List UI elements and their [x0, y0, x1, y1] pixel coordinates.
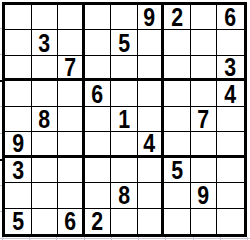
cell-r7c6[interactable]	[138, 158, 165, 183]
cell-r8c7[interactable]	[164, 183, 191, 208]
given-digit: 4	[225, 81, 237, 106]
cell-r4c6[interactable]	[138, 81, 165, 106]
given-digit: 7	[198, 107, 210, 132]
cell-r6c3[interactable]	[58, 132, 85, 157]
cell-r4c8[interactable]	[191, 81, 218, 106]
given-digit: 9	[12, 132, 24, 156]
cell-r7c7[interactable]: 5	[164, 158, 191, 183]
given-digit: 7	[64, 56, 76, 80]
cell-r5c2[interactable]: 8	[32, 107, 59, 132]
cell-r5c7[interactable]	[164, 107, 191, 132]
cell-r6c8[interactable]	[191, 132, 218, 157]
spreadsheet-canvas: 926357364817943589562	[0, 0, 250, 240]
given-digit: 2	[171, 5, 183, 30]
cell-r2c8[interactable]	[191, 30, 218, 55]
cell-r4c4[interactable]: 6	[85, 81, 112, 106]
cell-r8c6[interactable]	[138, 183, 165, 208]
cell-r3c2[interactable]	[32, 56, 59, 81]
cell-r2c2[interactable]: 3	[32, 30, 59, 55]
cell-r9c4[interactable]: 2	[85, 209, 112, 234]
cell-r5c4[interactable]	[85, 107, 112, 132]
gridline-stub	[0, 238, 250, 239]
cell-r8c2[interactable]	[32, 183, 59, 208]
cell-r4c3[interactable]	[58, 81, 85, 106]
given-digit: 5	[118, 30, 130, 55]
cell-r5c5[interactable]: 1	[111, 107, 138, 132]
cell-r6c4[interactable]	[85, 132, 112, 157]
cell-r5c3[interactable]	[58, 107, 85, 132]
given-digit: 9	[198, 183, 210, 208]
cell-r3c1[interactable]	[5, 56, 32, 81]
cell-r3c8[interactable]	[191, 56, 218, 81]
cell-r1c4[interactable]	[85, 5, 112, 30]
cell-r8c8[interactable]: 9	[191, 183, 218, 208]
cell-r7c2[interactable]	[32, 158, 59, 183]
cell-r4c2[interactable]	[32, 81, 59, 106]
cell-r9c7[interactable]	[164, 209, 191, 234]
cell-r9c9[interactable]	[217, 209, 244, 234]
cell-r3c6[interactable]	[138, 56, 165, 81]
sudoku-board: 926357364817943589562	[2, 2, 247, 237]
cell-r1c7[interactable]: 2	[164, 5, 191, 30]
cell-r5c8[interactable]: 7	[191, 107, 218, 132]
given-digit: 8	[118, 183, 130, 208]
cell-r1c2[interactable]	[32, 5, 59, 30]
given-digit: 6	[64, 209, 76, 234]
cell-r6c2[interactable]	[32, 132, 59, 157]
cell-r9c2[interactable]	[32, 209, 59, 234]
cell-r5c1[interactable]	[5, 107, 32, 132]
cell-r3c4[interactable]	[85, 56, 112, 81]
cell-r7c4[interactable]	[85, 158, 112, 183]
cell-r1c5[interactable]	[111, 5, 138, 30]
cell-r7c1[interactable]: 3	[5, 158, 32, 183]
cell-r6c1[interactable]: 9	[5, 132, 32, 157]
cell-r8c5[interactable]: 8	[111, 183, 138, 208]
given-digit: 8	[38, 107, 50, 132]
cell-r6c5[interactable]	[111, 132, 138, 157]
cell-r1c6[interactable]: 9	[138, 5, 165, 30]
given-digit: 3	[225, 56, 237, 80]
given-digit: 6	[92, 81, 104, 106]
cell-r1c9[interactable]: 6	[217, 5, 244, 30]
cell-r2c6[interactable]	[138, 30, 165, 55]
cell-r1c3[interactable]	[58, 5, 85, 30]
cell-r8c4[interactable]	[85, 183, 112, 208]
cell-r2c5[interactable]: 5	[111, 30, 138, 55]
given-digit: 6	[225, 5, 237, 30]
cell-r9c5[interactable]	[111, 209, 138, 234]
cell-r2c4[interactable]	[85, 30, 112, 55]
cell-r3c9[interactable]: 3	[217, 56, 244, 81]
given-digit: 5	[12, 209, 24, 234]
cell-r8c9[interactable]	[217, 183, 244, 208]
cell-r2c7[interactable]	[164, 30, 191, 55]
cell-r9c6[interactable]	[138, 209, 165, 234]
given-digit: 4	[144, 132, 156, 156]
cell-r7c3[interactable]	[58, 158, 85, 183]
cell-r9c1[interactable]: 5	[5, 209, 32, 234]
cell-r4c1[interactable]	[5, 81, 32, 106]
cell-r7c5[interactable]	[111, 158, 138, 183]
cell-r4c5[interactable]	[111, 81, 138, 106]
cell-r2c9[interactable]	[217, 30, 244, 55]
cell-r4c7[interactable]	[164, 81, 191, 106]
cell-r2c3[interactable]	[58, 30, 85, 55]
cell-r7c8[interactable]	[191, 158, 218, 183]
given-digit: 1	[118, 107, 130, 132]
cell-r8c1[interactable]	[5, 183, 32, 208]
cell-r9c3[interactable]: 6	[58, 209, 85, 234]
cell-r6c6[interactable]: 4	[138, 132, 165, 157]
cell-r3c3[interactable]: 7	[58, 56, 85, 81]
cell-r3c5[interactable]	[111, 56, 138, 81]
cell-r6c7[interactable]	[164, 132, 191, 157]
cell-r1c1[interactable]	[5, 5, 32, 30]
given-digit: 5	[171, 158, 183, 183]
cell-r8c3[interactable]	[58, 183, 85, 208]
cell-r6c9[interactable]	[217, 132, 244, 157]
given-digit: 3	[38, 30, 50, 55]
cell-r3c7[interactable]	[164, 56, 191, 81]
cell-r2c1[interactable]	[5, 30, 32, 55]
cell-r1c8[interactable]	[191, 5, 218, 30]
cell-r7c9[interactable]	[217, 158, 244, 183]
given-digit: 9	[144, 5, 156, 30]
cell-r4c9[interactable]: 4	[217, 81, 244, 106]
cell-r5c6[interactable]	[138, 107, 165, 132]
given-digit: 3	[12, 158, 24, 183]
given-digit: 2	[92, 209, 104, 234]
cell-r9c8[interactable]	[191, 209, 218, 234]
cell-r5c9[interactable]	[217, 107, 244, 132]
